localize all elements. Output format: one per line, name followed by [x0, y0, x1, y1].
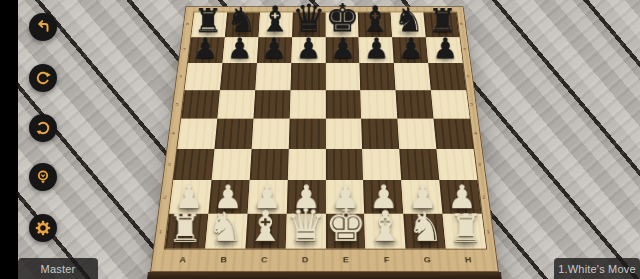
move-status-chip: 1.White's Move	[554, 258, 640, 279]
square-a6[interactable]	[185, 63, 223, 90]
undo-button[interactable]	[29, 13, 57, 41]
square-g4[interactable]	[398, 119, 437, 149]
square-h1[interactable]: ♜	[443, 213, 486, 248]
square-a5[interactable]	[181, 90, 220, 118]
square-c4[interactable]	[251, 119, 289, 149]
file-label-h: H	[447, 251, 490, 268]
square-g3[interactable]	[399, 148, 439, 180]
file-label-c: C	[243, 251, 285, 268]
square-h6[interactable]	[428, 63, 466, 90]
square-f4[interactable]	[361, 119, 399, 149]
board-front-face	[146, 272, 502, 279]
difficulty-label: Master	[41, 263, 76, 275]
square-c6[interactable]	[255, 63, 291, 90]
square-d3[interactable]	[287, 148, 325, 180]
rotate-clockwise-icon	[34, 69, 52, 87]
board-grid: ♜♞♝♛♚♝♞♜♟♟♟♟♟♟♟♟♟♟♟♟♟♟♟♟♜♞♝♛♚♝♞♜	[164, 12, 487, 250]
chess-board[interactable]: ♜♞♝♛♚♝♞♜♟♟♟♟♟♟♟♟♟♟♟♟♟♟♟♟♜♞♝♛♚♝♞♜ 8765432…	[148, 6, 500, 279]
lightbulb-icon	[34, 168, 52, 186]
file-label-e: E	[325, 251, 366, 268]
square-e4[interactable]	[325, 119, 362, 149]
square-g6[interactable]	[394, 63, 431, 90]
square-c3[interactable]	[249, 148, 288, 180]
square-b3[interactable]	[211, 148, 251, 180]
square-b6[interactable]	[220, 63, 257, 90]
square-e5[interactable]	[325, 90, 361, 118]
rotate-counterclockwise-icon	[34, 119, 52, 137]
square-h3[interactable]	[436, 148, 477, 180]
square-a4[interactable]	[177, 119, 217, 149]
file-labels: ABCDEFGH	[161, 251, 489, 268]
square-d4[interactable]	[288, 119, 325, 149]
left-letterbox-strip	[0, 0, 18, 279]
file-label-a: A	[161, 251, 204, 268]
square-d6[interactable]	[290, 63, 325, 90]
square-f3[interactable]	[362, 148, 401, 180]
square-f5[interactable]	[361, 90, 398, 118]
file-label-b: B	[202, 251, 244, 268]
settings-button[interactable]	[29, 214, 57, 242]
undo-arrow-icon	[34, 18, 52, 36]
square-b4[interactable]	[214, 119, 253, 149]
square-e6[interactable]	[325, 63, 360, 90]
square-b5[interactable]	[217, 90, 255, 118]
file-label-d: D	[284, 251, 325, 268]
rotate-board-button[interactable]	[29, 64, 57, 92]
board-scene: ♜♞♝♛♚♝♞♜♟♟♟♟♟♟♟♟♟♟♟♟♟♟♟♟♜♞♝♛♚♝♞♜ 8765432…	[150, 0, 499, 279]
square-f6[interactable]	[360, 63, 396, 90]
square-c5[interactable]	[253, 90, 290, 118]
board-frame: ♜♞♝♛♚♝♞♜♟♟♟♟♟♟♟♟♟♟♟♟♟♟♟♟♜♞♝♛♚♝♞♜ 8765432…	[150, 6, 499, 272]
square-d5[interactable]	[289, 90, 325, 118]
difficulty-chip[interactable]: Master	[18, 258, 98, 279]
square-h5[interactable]	[431, 90, 470, 118]
hint-button[interactable]	[29, 163, 57, 191]
file-label-g: G	[406, 251, 448, 268]
replay-button[interactable]	[29, 114, 57, 142]
move-status-label: 1.White's Move	[558, 263, 636, 275]
file-label-f: F	[366, 251, 408, 268]
gear-icon	[34, 219, 52, 237]
square-h7[interactable]: ♟	[426, 37, 463, 63]
square-e3[interactable]	[325, 148, 363, 180]
square-a3[interactable]	[173, 148, 214, 180]
square-g5[interactable]	[396, 90, 434, 118]
square-h4[interactable]	[434, 119, 474, 149]
